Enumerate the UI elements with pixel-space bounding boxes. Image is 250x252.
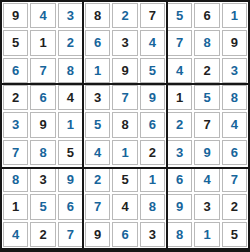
cell-r7c3[interactable]: 9 [58, 167, 83, 192]
cell-r4c2[interactable]: 6 [30, 85, 55, 110]
cell-r6c7[interactable]: 3 [167, 140, 192, 165]
cell-r5c4[interactable]: 5 [85, 112, 110, 137]
cell-r4c6[interactable]: 9 [140, 85, 165, 110]
cell-r3c8[interactable]: 2 [194, 58, 219, 83]
cell-r8c2[interactable]: 5 [30, 194, 55, 219]
cell-r3c1[interactable]: 6 [3, 58, 28, 83]
cell-r8c5[interactable]: 4 [112, 194, 137, 219]
cell-r9c9[interactable]: 5 [222, 222, 247, 247]
cell-r2c1[interactable]: 5 [3, 30, 28, 55]
cell-r9c4[interactable]: 9 [85, 222, 110, 247]
cell-r6c8[interactable]: 9 [194, 140, 219, 165]
cell-r7c7[interactable]: 6 [167, 167, 192, 192]
cell-r1c8[interactable]: 6 [194, 3, 219, 28]
cell-r2c8[interactable]: 8 [194, 30, 219, 55]
cell-r1c3[interactable]: 3 [58, 3, 83, 28]
cell-r4c3[interactable]: 4 [58, 85, 83, 110]
cell-r6c4[interactable]: 4 [85, 140, 110, 165]
cell-r1c5[interactable]: 2 [112, 3, 137, 28]
cell-r9c5[interactable]: 6 [112, 222, 137, 247]
cell-r3c7[interactable]: 4 [167, 58, 192, 83]
cell-r2c7[interactable]: 7 [167, 30, 192, 55]
cell-r2c5[interactable]: 3 [112, 30, 137, 55]
cell-r7c5[interactable]: 5 [112, 167, 137, 192]
cell-r3c6[interactable]: 5 [140, 58, 165, 83]
cell-r9c3[interactable]: 7 [58, 222, 83, 247]
cell-r5c7[interactable]: 2 [167, 112, 192, 137]
cell-r7c6[interactable]: 1 [140, 167, 165, 192]
cell-r9c2[interactable]: 2 [30, 222, 55, 247]
sudoku-app: 9438275615126347896781954232643791583915… [0, 0, 250, 252]
cell-r5c5[interactable]: 8 [112, 112, 137, 137]
cell-r8c1[interactable]: 1 [3, 194, 28, 219]
cell-r5c3[interactable]: 1 [58, 112, 83, 137]
cell-r1c9[interactable]: 1 [222, 3, 247, 28]
cell-r6c9[interactable]: 6 [222, 140, 247, 165]
cell-r7c1[interactable]: 8 [3, 167, 28, 192]
cell-r6c3[interactable]: 5 [58, 140, 83, 165]
cell-r5c1[interactable]: 3 [3, 112, 28, 137]
sudoku-board: 9438275615126347896781954232643791583915… [0, 0, 250, 252]
cell-r1c4[interactable]: 8 [85, 3, 110, 28]
cell-r5c2[interactable]: 9 [30, 112, 55, 137]
cell-r2c2[interactable]: 1 [30, 30, 55, 55]
cell-r4c5[interactable]: 7 [112, 85, 137, 110]
cell-r4c4[interactable]: 3 [85, 85, 110, 110]
cell-r1c7[interactable]: 5 [167, 3, 192, 28]
cell-r7c2[interactable]: 3 [30, 167, 55, 192]
cell-r4c9[interactable]: 8 [222, 85, 247, 110]
cell-r7c8[interactable]: 4 [194, 167, 219, 192]
cell-r3c3[interactable]: 8 [58, 58, 83, 83]
cell-r9c7[interactable]: 8 [167, 222, 192, 247]
cell-r3c4[interactable]: 1 [85, 58, 110, 83]
cell-r6c2[interactable]: 8 [30, 140, 55, 165]
cell-r2c4[interactable]: 6 [85, 30, 110, 55]
cell-r4c1[interactable]: 2 [3, 85, 28, 110]
cell-r3c5[interactable]: 9 [112, 58, 137, 83]
cell-r1c1[interactable]: 9 [3, 3, 28, 28]
cell-r1c2[interactable]: 4 [30, 3, 55, 28]
cell-r2c3[interactable]: 2 [58, 30, 83, 55]
cell-r8c8[interactable]: 3 [194, 194, 219, 219]
cell-r9c6[interactable]: 3 [140, 222, 165, 247]
cell-r3c2[interactable]: 7 [30, 58, 55, 83]
cell-r4c7[interactable]: 1 [167, 85, 192, 110]
cell-r7c9[interactable]: 7 [222, 167, 247, 192]
cell-r2c6[interactable]: 4 [140, 30, 165, 55]
cell-r4c8[interactable]: 5 [194, 85, 219, 110]
cell-r1c6[interactable]: 7 [140, 3, 165, 28]
cell-r8c3[interactable]: 6 [58, 194, 83, 219]
cell-r5c9[interactable]: 4 [222, 112, 247, 137]
cell-r2c9[interactable]: 9 [222, 30, 247, 55]
cell-r5c6[interactable]: 6 [140, 112, 165, 137]
cell-r3c9[interactable]: 3 [222, 58, 247, 83]
cell-r5c8[interactable]: 7 [194, 112, 219, 137]
cell-r8c4[interactable]: 7 [85, 194, 110, 219]
cell-r6c1[interactable]: 7 [3, 140, 28, 165]
cell-r8c7[interactable]: 9 [167, 194, 192, 219]
cell-r6c5[interactable]: 1 [112, 140, 137, 165]
cell-r9c8[interactable]: 1 [194, 222, 219, 247]
cell-r9c1[interactable]: 4 [3, 222, 28, 247]
cell-r8c6[interactable]: 8 [140, 194, 165, 219]
cell-r7c4[interactable]: 2 [85, 167, 110, 192]
cell-r6c6[interactable]: 2 [140, 140, 165, 165]
cell-r8c9[interactable]: 2 [222, 194, 247, 219]
